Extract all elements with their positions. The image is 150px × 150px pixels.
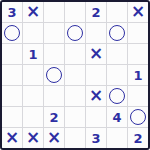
cell-r3c4[interactable]: [65, 44, 85, 64]
cell-r4c3: [44, 65, 64, 85]
cell-r3c1[interactable]: [2, 44, 22, 64]
circle-mark: [109, 25, 125, 41]
circle-mark: [109, 88, 125, 104]
cell-r1c7: ×: [128, 2, 148, 22]
cell-r6c5[interactable]: [86, 107, 106, 127]
cell-r5c7[interactable]: [128, 86, 148, 106]
cell-r2c7[interactable]: [128, 23, 148, 43]
cell-r2c6: [107, 23, 127, 43]
circle-mark: [130, 109, 146, 125]
x-mark: ×: [89, 87, 103, 104]
cell-r6c3: 2: [44, 107, 64, 127]
x-mark: ×: [89, 45, 103, 62]
cell-r3c5: ×: [86, 44, 106, 64]
x-mark: ×: [47, 129, 61, 146]
cell-r3c3[interactable]: [44, 44, 64, 64]
cell-r7c7: 2: [128, 128, 148, 148]
x-mark: ×: [26, 129, 40, 146]
cell-r3c7[interactable]: [128, 44, 148, 64]
given-digit: 4: [112, 111, 121, 124]
cell-r6c2[interactable]: [23, 107, 43, 127]
x-mark: ×: [131, 3, 145, 20]
cell-r1c2: ×: [23, 2, 43, 22]
given-digit: 2: [49, 111, 58, 124]
cell-r7c3: ×: [44, 128, 64, 148]
given-digit: 1: [28, 48, 37, 61]
cell-r1c3[interactable]: [44, 2, 64, 22]
cell-r7c6[interactable]: [107, 128, 127, 148]
cell-r2c5[interactable]: [86, 23, 106, 43]
cell-r3c6[interactable]: [107, 44, 127, 64]
cell-r2c4: [65, 23, 85, 43]
cell-r4c2[interactable]: [23, 65, 43, 85]
cell-r7c5: 3: [86, 128, 106, 148]
cell-r4c1[interactable]: [2, 65, 22, 85]
cell-r1c1: 3: [2, 2, 22, 22]
cell-r1c4[interactable]: [65, 2, 85, 22]
cell-r2c1: [2, 23, 22, 43]
circle-mark: [46, 67, 62, 83]
cell-r5c4[interactable]: [65, 86, 85, 106]
cell-r2c2[interactable]: [23, 23, 43, 43]
x-mark: ×: [26, 3, 40, 20]
circle-mark: [4, 25, 20, 41]
cell-r4c7: 1: [128, 65, 148, 85]
cell-r5c5: ×: [86, 86, 106, 106]
cell-r5c6: [107, 86, 127, 106]
puzzle-board: 3×2×1×1×24×××32: [0, 0, 150, 150]
cell-r6c6: 4: [107, 107, 127, 127]
cell-r1c5: 2: [86, 2, 106, 22]
given-digit: 2: [133, 132, 142, 145]
cell-r4c5[interactable]: [86, 65, 106, 85]
cell-r6c7: [128, 107, 148, 127]
given-digit: 1: [133, 69, 142, 82]
cell-r4c4[interactable]: [65, 65, 85, 85]
cell-r2c3[interactable]: [44, 23, 64, 43]
given-digit: 3: [7, 6, 16, 19]
cell-r5c2[interactable]: [23, 86, 43, 106]
cell-r5c1[interactable]: [2, 86, 22, 106]
cell-r7c2: ×: [23, 128, 43, 148]
circle-mark: [67, 25, 83, 41]
cell-r4c6[interactable]: [107, 65, 127, 85]
cell-r1c6[interactable]: [107, 2, 127, 22]
cell-r7c4[interactable]: [65, 128, 85, 148]
given-digit: 3: [91, 132, 100, 145]
cell-r7c1: ×: [2, 128, 22, 148]
cell-r5c3[interactable]: [44, 86, 64, 106]
cell-r6c4[interactable]: [65, 107, 85, 127]
cell-r3c2: 1: [23, 44, 43, 64]
x-mark: ×: [5, 129, 19, 146]
given-digit: 2: [91, 6, 100, 19]
cell-r6c1[interactable]: [2, 107, 22, 127]
